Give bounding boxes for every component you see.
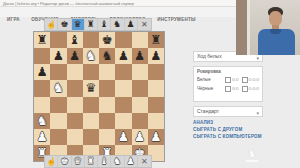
square-a2[interactable]: ♟ [34, 129, 50, 145]
square-f4[interactable] [115, 97, 131, 113]
castling-black-ooo-label: O-O-O [249, 87, 260, 91]
square-h3[interactable] [148, 113, 164, 129]
spare-black-knight[interactable]: ♞ [111, 19, 124, 30]
square-d2[interactable] [83, 129, 99, 145]
square-e6[interactable] [99, 64, 115, 80]
spare-white-queen[interactable]: ♛ [72, 156, 85, 167]
spare-white-king[interactable]: ♚ [58, 156, 71, 167]
castling-black-kingside[interactable]: O-O [225, 86, 239, 92]
piece-black-rook[interactable]: ♜ [37, 32, 48, 48]
spare-black-king[interactable]: ♚ [58, 19, 71, 30]
variant-select-value: Стандарт [197, 108, 219, 114]
checkbox-icon[interactable] [242, 86, 248, 92]
square-a5[interactable] [34, 80, 50, 96]
square-b6[interactable] [50, 64, 66, 80]
square-f7[interactable]: ♟ [115, 48, 131, 64]
page: Доска | lichess.org • Редактор доски — б… [0, 0, 300, 168]
square-f3[interactable] [115, 113, 131, 129]
piece-black-pawn[interactable]: ♟ [150, 48, 161, 64]
spare-black-pawn[interactable]: ♟ [125, 19, 138, 30]
castling-black-label: Чёрные [197, 86, 222, 91]
square-g2[interactable]: ♟ [132, 129, 148, 145]
piece-white-knight[interactable]: ♞ [37, 113, 48, 129]
castling-white-queenside[interactable]: O-O-O [242, 77, 260, 83]
square-f6[interactable] [115, 64, 131, 80]
piece-white-pawn[interactable]: ♟ [37, 129, 48, 145]
watermark-underline [246, 160, 258, 162]
square-b4[interactable] [50, 97, 66, 113]
square-d4[interactable] [83, 97, 99, 113]
square-f5[interactable] [115, 80, 131, 96]
checkbox-icon[interactable] [242, 77, 248, 83]
square-f8[interactable] [115, 32, 131, 48]
square-a6[interactable]: ♟ [34, 64, 50, 80]
play-with-friend-link[interactable]: Сыграть с другом [193, 126, 273, 133]
spare-black-bishop[interactable]: ♝ [98, 19, 111, 30]
variant-select[interactable]: Стандарт ▾ [193, 106, 263, 117]
square-d7[interactable]: ♞ [83, 48, 99, 64]
square-e7[interactable]: ♞ [99, 48, 115, 64]
castling-box: Рокировка Белые O-O O-O-O Чёрные O-O O-O… [193, 66, 263, 102]
square-d8[interactable] [83, 32, 99, 48]
piece-black-pawn[interactable]: ♟ [37, 64, 48, 80]
square-a4[interactable] [34, 97, 50, 113]
square-g4[interactable] [132, 97, 148, 113]
piece-black-king[interactable]: ♚ [102, 32, 113, 48]
spare-pieces-black-tray: ☝♚♛♜♝♞♟✕ [44, 18, 152, 31]
square-e4[interactable] [99, 97, 115, 113]
square-d5[interactable]: ♛ [83, 80, 99, 96]
piece-black-pawn[interactable]: ♟ [118, 48, 129, 64]
square-a8[interactable]: ♜ [34, 32, 50, 48]
square-c5[interactable] [67, 80, 83, 96]
spare-black-rook[interactable]: ♜ [85, 19, 98, 30]
spare-white-rook[interactable]: ♜ [85, 156, 98, 167]
webcam-overlay [236, 0, 300, 55]
editor-action-links: Анализ Сыграть с другом Сыграть с компью… [193, 119, 273, 140]
piece-black-bishop[interactable]: ♝ [69, 32, 80, 48]
square-b5[interactable]: ♞ [50, 80, 66, 96]
square-h5[interactable] [148, 80, 164, 96]
castling-title: Рокировка [197, 69, 259, 74]
analysis-link[interactable]: Анализ [193, 119, 273, 126]
piece-white-pawn[interactable]: ♟ [134, 129, 145, 145]
spare-white-pawn[interactable]: ♟ [125, 156, 138, 167]
square-h6[interactable] [148, 64, 164, 80]
square-c4[interactable] [67, 97, 83, 113]
piece-black-pawn[interactable]: ♟ [134, 48, 145, 64]
spare-white-knight[interactable]: ♞ [111, 156, 124, 167]
video-watermark-logo: ♞ [244, 148, 260, 166]
chess-board: ♜♝♚♜♟♟♞♞♟♟♟♟♞♛♞♟♟♟♟♜♜♚ [33, 31, 165, 162]
square-b2[interactable] [50, 129, 66, 145]
square-e3[interactable] [99, 113, 115, 129]
spare-black-queen[interactable]: ♛ [72, 19, 85, 30]
piece-black-rook[interactable]: ♜ [150, 32, 161, 48]
piece-black-pawn[interactable]: ♟ [69, 48, 80, 64]
square-g5[interactable] [132, 80, 148, 96]
piece-black-pawn[interactable]: ♟ [53, 48, 64, 64]
square-g3[interactable] [132, 113, 148, 129]
square-b3[interactable] [50, 113, 66, 129]
square-c2[interactable] [67, 129, 83, 145]
checkbox-icon[interactable] [225, 86, 231, 92]
square-g8[interactable] [132, 32, 148, 48]
nav-item-play[interactable]: Игра [7, 15, 20, 25]
piece-white-pawn[interactable]: ♟ [150, 129, 161, 145]
chevron-down-icon: ▾ [256, 54, 259, 63]
trash-icon[interactable]: ✕ [138, 156, 151, 167]
castling-row-white: Белые O-O O-O-O [197, 75, 259, 84]
spare-white-bishop[interactable]: ♝ [98, 156, 111, 167]
castling-white-kingside[interactable]: O-O [225, 77, 239, 83]
castling-black-queenside[interactable]: O-O-O [242, 86, 260, 92]
square-g6[interactable] [132, 64, 148, 80]
turn-select-value: Ход белых [197, 53, 222, 59]
square-a3[interactable]: ♞ [34, 113, 50, 129]
square-h4[interactable] [148, 97, 164, 113]
castling-black-oo-label: O-O [232, 87, 239, 91]
piece-white-pawn[interactable]: ♟ [118, 129, 129, 145]
square-d3[interactable] [83, 113, 99, 129]
browser-title-text: Доска | lichess.org • Редактор доски — б… [3, 1, 134, 6]
checkbox-icon[interactable] [225, 77, 231, 83]
piece-black-knight[interactable]: ♞ [102, 48, 113, 64]
square-d6[interactable] [83, 64, 99, 80]
square-f2[interactable]: ♟ [115, 129, 131, 145]
square-g7[interactable]: ♟ [132, 48, 148, 64]
nav-item-tools[interactable]: Инструменты [157, 15, 196, 25]
square-h2[interactable]: ♟ [148, 129, 164, 145]
square-c3[interactable] [67, 113, 83, 129]
square-c7[interactable]: ♟ [67, 48, 83, 64]
spare-pieces-white-tray: ☝♚♛♜♝♞♟✕ [44, 155, 152, 168]
square-h7[interactable]: ♟ [148, 48, 164, 64]
pointer-tool-icon[interactable]: ☝ [45, 19, 58, 30]
square-e5[interactable] [99, 80, 115, 96]
castling-white-ooo-label: O-O-O [249, 78, 260, 82]
square-c6[interactable] [67, 64, 83, 80]
square-h8[interactable]: ♜ [148, 32, 164, 48]
piece-white-knight[interactable]: ♞ [85, 48, 96, 64]
square-b7[interactable]: ♟ [50, 48, 66, 64]
castling-white-label: Белые [197, 77, 222, 82]
knight-logo-icon: ♞ [248, 148, 257, 159]
square-e8[interactable]: ♚ [99, 32, 115, 48]
piece-white-knight[interactable]: ♞ [53, 80, 64, 96]
square-e2[interactable] [99, 129, 115, 145]
chevron-down-icon: ▾ [256, 109, 259, 118]
webcam-doorframe [236, 0, 247, 55]
presenter-face [269, 11, 282, 26]
square-a7[interactable] [34, 48, 50, 64]
piece-black-queen[interactable]: ♛ [85, 80, 96, 96]
pointer-tool-icon[interactable]: ☝ [45, 156, 58, 167]
webcam-doorframe-edge [247, 0, 250, 55]
square-c8[interactable]: ♝ [67, 32, 83, 48]
castling-row-black: Чёрные O-O O-O-O [197, 84, 259, 93]
castling-white-oo-label: O-O [232, 78, 239, 82]
play-with-computer-link[interactable]: Сыграть с компьютером [193, 133, 273, 140]
trash-icon[interactable]: ✕ [138, 19, 151, 30]
square-b8[interactable] [50, 32, 66, 48]
